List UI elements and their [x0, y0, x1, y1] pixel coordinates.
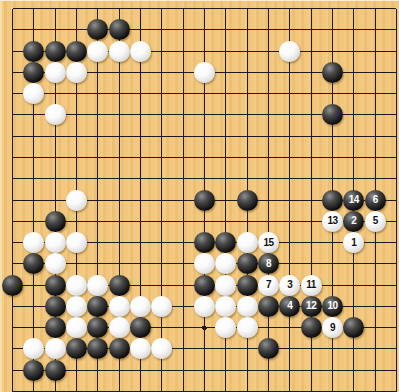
stone-black — [45, 211, 66, 232]
stone-black-move-12: 12 — [301, 296, 322, 317]
move-number: 2 — [351, 216, 356, 226]
stone-black-move-10: 10 — [322, 296, 343, 317]
stone-white — [66, 296, 87, 317]
stone-black — [45, 296, 66, 317]
stone-black — [237, 190, 258, 211]
stone-white — [45, 104, 66, 125]
stone-black — [45, 317, 66, 338]
stone-black — [237, 253, 258, 274]
move-number: 6 — [373, 195, 378, 205]
move-number: 15 — [263, 238, 273, 248]
move-number: 12 — [306, 301, 316, 311]
stone-black — [66, 41, 87, 62]
move-number: 8 — [266, 259, 271, 269]
stone-black — [237, 275, 258, 296]
stone-white — [109, 41, 130, 62]
stone-white-move-15: 15 — [258, 232, 279, 253]
stone-white-move-9: 9 — [322, 317, 343, 338]
stone-white — [237, 296, 258, 317]
stone-white-move-13: 13 — [322, 211, 343, 232]
stone-black — [109, 275, 130, 296]
move-number: 13 — [327, 216, 337, 226]
stone-white — [87, 275, 108, 296]
stone-white — [45, 253, 66, 274]
move-number: 9 — [330, 323, 335, 333]
stone-white — [45, 338, 66, 359]
stone-black — [2, 275, 23, 296]
stone-black — [322, 190, 343, 211]
stone-white — [66, 62, 87, 83]
stone-white — [109, 296, 130, 317]
stone-white — [130, 41, 151, 62]
stone-black — [45, 275, 66, 296]
move-number: 4 — [287, 301, 292, 311]
stone-white — [237, 317, 258, 338]
stone-black — [23, 360, 44, 381]
stone-white — [237, 232, 258, 253]
stone-white-move-11: 11 — [301, 275, 322, 296]
stone-black-move-2: 2 — [343, 211, 364, 232]
stone-black-move-14: 14 — [343, 190, 364, 211]
go-diagram: 146132515187311412109 — [0, 0, 399, 392]
move-number: 7 — [266, 280, 271, 290]
move-number: 5 — [373, 216, 378, 226]
stone-black — [45, 41, 66, 62]
stone-white — [66, 275, 87, 296]
stone-white — [87, 41, 108, 62]
stone-black — [194, 275, 215, 296]
stone-white — [279, 41, 300, 62]
go-board[interactable]: 146132515187311412109 — [0, 0, 399, 392]
stone-white — [194, 62, 215, 83]
stone-black — [130, 317, 151, 338]
stone-white — [66, 190, 87, 211]
move-number: 14 — [349, 195, 359, 205]
stone-white-move-3: 3 — [279, 275, 300, 296]
star-point — [202, 325, 207, 330]
move-number: 3 — [287, 280, 292, 290]
move-number: 10 — [327, 301, 337, 311]
stone-black — [109, 19, 130, 40]
stone-white — [66, 317, 87, 338]
stone-black — [301, 317, 322, 338]
stone-black — [194, 232, 215, 253]
stone-black — [23, 41, 44, 62]
stone-black-move-6: 6 — [365, 190, 386, 211]
stone-black — [322, 62, 343, 83]
stone-white — [109, 317, 130, 338]
stone-white — [45, 62, 66, 83]
stone-white-move-7: 7 — [258, 275, 279, 296]
stone-black — [258, 296, 279, 317]
stone-white — [215, 275, 236, 296]
stone-white — [194, 296, 215, 317]
stone-black — [45, 360, 66, 381]
stone-white — [66, 232, 87, 253]
stone-black — [194, 190, 215, 211]
stone-white — [45, 232, 66, 253]
move-number: 11 — [306, 280, 316, 290]
move-number: 1 — [351, 238, 356, 248]
stone-black — [109, 338, 130, 359]
stone-white — [130, 296, 151, 317]
stone-white-move-5: 5 — [365, 211, 386, 232]
